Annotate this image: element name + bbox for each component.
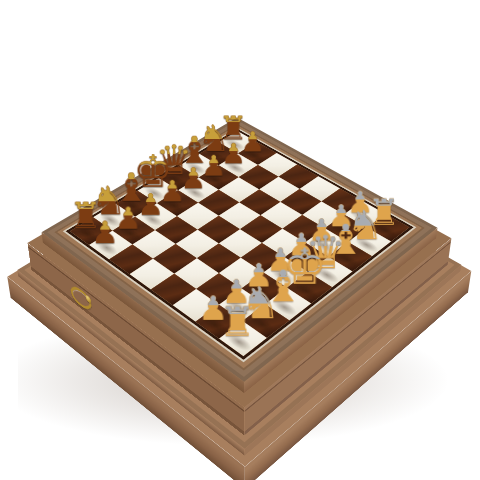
product-photo: ♜♜♞♞♝♝♛♛♚♚♝♝♞♞♜♜♟♟♟♟♟♟♟♟♟♟♟♟♟♟♟♟♟♟♟♟♟♟♟♟…: [0, 0, 480, 480]
scene: ♜♜♞♞♝♝♛♛♚♚♝♝♞♞♜♜♟♟♟♟♟♟♟♟♟♟♟♟♟♟♟♟♟♟♟♟♟♟♟♟…: [0, 0, 480, 480]
